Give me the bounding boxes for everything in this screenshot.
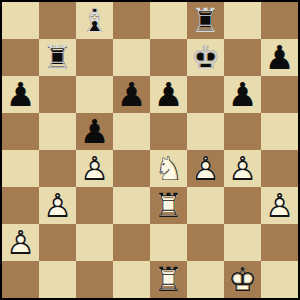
piece-glyph-fill: ♟ (150, 76, 187, 113)
square-e6[interactable]: ♟ (150, 76, 187, 113)
square-b7[interactable]: ♜♖ (39, 39, 76, 76)
square-g1[interactable]: ♚♔ (224, 261, 261, 298)
black-pawn-icon[interactable]: ♟ (150, 76, 187, 113)
square-a5[interactable] (2, 113, 39, 150)
square-h8[interactable] (261, 2, 298, 39)
square-d2[interactable] (113, 224, 150, 261)
square-f6[interactable] (187, 76, 224, 113)
white-pawn-icon[interactable]: ♟♙ (261, 187, 298, 224)
black-rook-icon[interactable]: ♜♖ (39, 39, 76, 76)
square-c2[interactable] (76, 224, 113, 261)
square-b4[interactable] (39, 150, 76, 187)
square-d7[interactable] (113, 39, 150, 76)
square-h5[interactable] (261, 113, 298, 150)
piece-glyph-outline: ♖ (39, 39, 76, 76)
square-g8[interactable] (224, 2, 261, 39)
piece-glyph-outline: ♖ (187, 2, 224, 39)
black-pawn-icon[interactable]: ♟ (261, 39, 298, 76)
square-g3[interactable] (224, 187, 261, 224)
square-b1[interactable] (39, 261, 76, 298)
square-a2[interactable]: ♟♙ (2, 224, 39, 261)
white-pawn-icon[interactable]: ♟♙ (76, 150, 113, 187)
piece-glyph-outline: ♙ (224, 150, 261, 187)
piece-glyph-fill: ♟ (113, 76, 150, 113)
black-bishop-icon[interactable]: ♝♗ (76, 2, 113, 39)
white-rook-icon[interactable]: ♜♖ (150, 187, 187, 224)
square-c1[interactable] (76, 261, 113, 298)
piece-glyph-fill: ♟ (2, 76, 39, 113)
square-f3[interactable] (187, 187, 224, 224)
piece-glyph-outline: ♖ (150, 187, 187, 224)
chess-board-grid: ♝♗♜♖♜♖♚♔♟♟♟♟♟♟♟♙♞♘♟♙♟♙♟♙♜♖♟♙♟♙♜♖♚♔ (2, 2, 298, 298)
square-a6[interactable]: ♟ (2, 76, 39, 113)
piece-glyph-outline: ♙ (187, 150, 224, 187)
square-h3[interactable]: ♟♙ (261, 187, 298, 224)
square-g5[interactable] (224, 113, 261, 150)
square-d4[interactable] (113, 150, 150, 187)
square-h4[interactable] (261, 150, 298, 187)
square-d8[interactable] (113, 2, 150, 39)
white-knight-icon[interactable]: ♞♘ (150, 150, 187, 187)
square-g6[interactable]: ♟ (224, 76, 261, 113)
square-c8[interactable]: ♝♗ (76, 2, 113, 39)
piece-glyph-outline: ♙ (2, 224, 39, 261)
square-f4[interactable]: ♟♙ (187, 150, 224, 187)
black-pawn-icon[interactable]: ♟ (2, 76, 39, 113)
square-g4[interactable]: ♟♙ (224, 150, 261, 187)
square-d1[interactable] (113, 261, 150, 298)
piece-glyph-outline: ♘ (150, 150, 187, 187)
square-h7[interactable]: ♟ (261, 39, 298, 76)
black-pawn-icon[interactable]: ♟ (224, 76, 261, 113)
square-h1[interactable] (261, 261, 298, 298)
square-e8[interactable] (150, 2, 187, 39)
piece-glyph-outline: ♙ (76, 150, 113, 187)
square-f5[interactable] (187, 113, 224, 150)
white-rook-icon[interactable]: ♜♖ (150, 261, 187, 298)
white-pawn-icon[interactable]: ♟♙ (2, 224, 39, 261)
square-a3[interactable] (2, 187, 39, 224)
square-a8[interactable] (2, 2, 39, 39)
piece-glyph-fill: ♟ (224, 76, 261, 113)
square-a7[interactable] (2, 39, 39, 76)
black-rook-icon[interactable]: ♜♖ (187, 2, 224, 39)
black-pawn-icon[interactable]: ♟ (113, 76, 150, 113)
black-pawn-icon[interactable]: ♟ (76, 113, 113, 150)
square-f1[interactable] (187, 261, 224, 298)
square-b3[interactable]: ♟♙ (39, 187, 76, 224)
square-c7[interactable] (76, 39, 113, 76)
white-king-icon[interactable]: ♚♔ (224, 261, 261, 298)
chess-board: ♝♗♜♖♜♖♚♔♟♟♟♟♟♟♟♙♞♘♟♙♟♙♟♙♜♖♟♙♟♙♜♖♚♔ (0, 0, 300, 300)
square-g7[interactable] (224, 39, 261, 76)
square-b8[interactable] (39, 2, 76, 39)
square-h6[interactable] (261, 76, 298, 113)
square-e1[interactable]: ♜♖ (150, 261, 187, 298)
square-e4[interactable]: ♞♘ (150, 150, 187, 187)
white-pawn-icon[interactable]: ♟♙ (187, 150, 224, 187)
piece-glyph-fill: ♟ (261, 39, 298, 76)
black-king-icon[interactable]: ♚♔ (187, 39, 224, 76)
square-f2[interactable] (187, 224, 224, 261)
square-c4[interactable]: ♟♙ (76, 150, 113, 187)
square-b6[interactable] (39, 76, 76, 113)
piece-glyph-outline: ♖ (150, 261, 187, 298)
square-e5[interactable] (150, 113, 187, 150)
square-h2[interactable] (261, 224, 298, 261)
square-b5[interactable] (39, 113, 76, 150)
square-e3[interactable]: ♜♖ (150, 187, 187, 224)
square-c3[interactable] (76, 187, 113, 224)
piece-glyph-outline: ♔ (224, 261, 261, 298)
square-e2[interactable] (150, 224, 187, 261)
square-f8[interactable]: ♜♖ (187, 2, 224, 39)
square-c6[interactable] (76, 76, 113, 113)
piece-glyph-outline: ♔ (187, 39, 224, 76)
square-e7[interactable] (150, 39, 187, 76)
square-d6[interactable]: ♟ (113, 76, 150, 113)
square-d3[interactable] (113, 187, 150, 224)
white-pawn-icon[interactable]: ♟♙ (39, 187, 76, 224)
square-d5[interactable] (113, 113, 150, 150)
square-g2[interactable] (224, 224, 261, 261)
square-b2[interactable] (39, 224, 76, 261)
square-f7[interactable]: ♚♔ (187, 39, 224, 76)
white-pawn-icon[interactable]: ♟♙ (224, 150, 261, 187)
square-c5[interactable]: ♟ (76, 113, 113, 150)
square-a1[interactable] (2, 261, 39, 298)
square-a4[interactable] (2, 150, 39, 187)
piece-glyph-fill: ♟ (76, 113, 113, 150)
piece-glyph-outline: ♗ (76, 2, 113, 39)
piece-glyph-outline: ♙ (261, 187, 298, 224)
piece-glyph-outline: ♙ (39, 187, 76, 224)
